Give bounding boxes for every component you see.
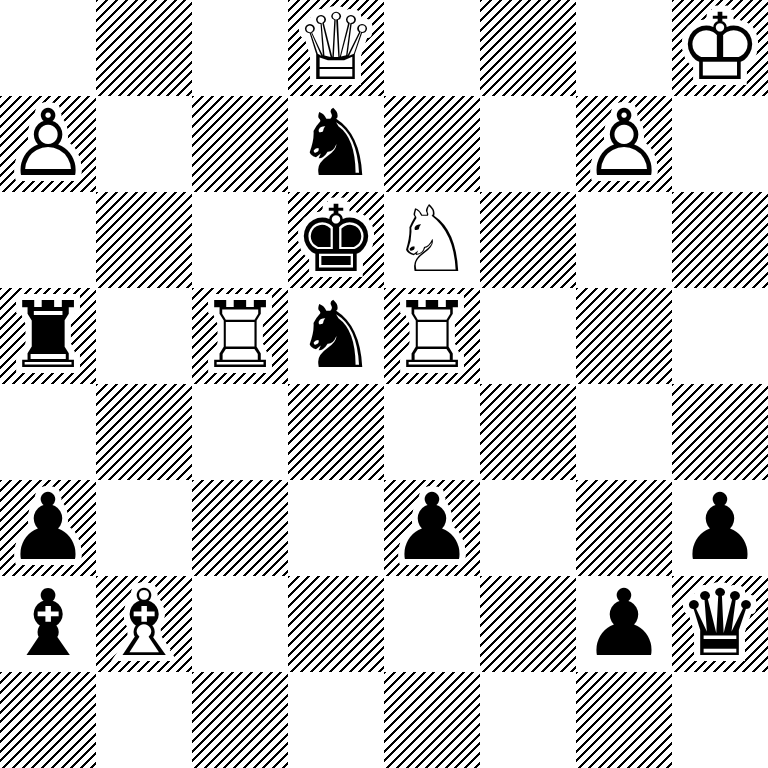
piece-black-queen: ♛ [672,576,768,672]
square-g3[interactable] [576,480,672,576]
square-a8[interactable] [0,0,96,96]
square-g5[interactable] [576,288,672,384]
square-f2[interactable] [480,576,576,672]
square-b1[interactable] [96,672,192,768]
piece-white-bishop: ♗ [96,576,192,672]
square-g8[interactable] [576,0,672,96]
piece-black-pawn: ♟ [576,576,672,672]
square-e4[interactable] [384,384,480,480]
square-d2[interactable] [288,576,384,672]
square-a4[interactable] [0,384,96,480]
square-b4[interactable] [96,384,192,480]
square-c3[interactable] [192,480,288,576]
piece-white-pawn: ♙ [576,96,672,192]
square-a7[interactable]: ♟♙ [0,96,96,192]
square-e6[interactable]: ♞♘ [384,192,480,288]
square-b5[interactable] [96,288,192,384]
square-f6[interactable] [480,192,576,288]
square-d1[interactable] [288,672,384,768]
square-e5[interactable]: ♜♖ [384,288,480,384]
piece-black-bishop: ♝ [0,576,96,672]
piece-white-knight: ♘ [384,192,480,288]
square-g6[interactable] [576,192,672,288]
square-f4[interactable] [480,384,576,480]
square-a6[interactable] [0,192,96,288]
square-b7[interactable] [96,96,192,192]
square-d3[interactable] [288,480,384,576]
square-h3[interactable]: ♟♟ [672,480,768,576]
square-g1[interactable] [576,672,672,768]
square-c5[interactable]: ♜♖ [192,288,288,384]
square-h6[interactable] [672,192,768,288]
piece-white-queen: ♕ [288,0,384,96]
square-a2[interactable]: ♝♝ [0,576,96,672]
piece-black-pawn: ♟ [384,480,480,576]
square-h8[interactable]: ♚♔ [672,0,768,96]
square-d8[interactable]: ♛♕ [288,0,384,96]
square-a1[interactable] [0,672,96,768]
square-c8[interactable] [192,0,288,96]
square-e3[interactable]: ♟♟ [384,480,480,576]
square-g7[interactable]: ♟♙ [576,96,672,192]
square-c1[interactable] [192,672,288,768]
piece-black-knight: ♞ [288,96,384,192]
piece-black-rook: ♜ [0,288,96,384]
square-f7[interactable] [480,96,576,192]
chess-board: ♛♕♚♔♟♙♞♞♟♙♚♚♞♘♜♜♜♖♞♞♜♖♟♟♟♟♟♟♝♝♝♗♟♟♛♛ [0,0,768,768]
square-h2[interactable]: ♛♛ [672,576,768,672]
square-g4[interactable] [576,384,672,480]
piece-black-pawn: ♟ [0,480,96,576]
square-a5[interactable]: ♜♜ [0,288,96,384]
square-c6[interactable] [192,192,288,288]
square-d6[interactable]: ♚♚ [288,192,384,288]
square-e2[interactable] [384,576,480,672]
piece-black-king: ♚ [288,192,384,288]
square-f8[interactable] [480,0,576,96]
square-h1[interactable] [672,672,768,768]
square-b8[interactable] [96,0,192,96]
piece-white-pawn: ♙ [0,96,96,192]
square-c4[interactable] [192,384,288,480]
square-a3[interactable]: ♟♟ [0,480,96,576]
square-h4[interactable] [672,384,768,480]
piece-white-rook: ♖ [384,288,480,384]
piece-black-knight: ♞ [288,288,384,384]
square-d5[interactable]: ♞♞ [288,288,384,384]
square-e8[interactable] [384,0,480,96]
square-b3[interactable] [96,480,192,576]
square-f3[interactable] [480,480,576,576]
square-g2[interactable]: ♟♟ [576,576,672,672]
square-e7[interactable] [384,96,480,192]
square-d7[interactable]: ♞♞ [288,96,384,192]
square-c7[interactable] [192,96,288,192]
square-e1[interactable] [384,672,480,768]
square-b2[interactable]: ♝♗ [96,576,192,672]
piece-white-rook: ♖ [192,288,288,384]
piece-white-king: ♔ [672,0,768,96]
square-h7[interactable] [672,96,768,192]
square-h5[interactable] [672,288,768,384]
square-b6[interactable] [96,192,192,288]
square-f5[interactable] [480,288,576,384]
square-d4[interactable] [288,384,384,480]
piece-black-pawn: ♟ [672,480,768,576]
square-f1[interactable] [480,672,576,768]
square-c2[interactable] [192,576,288,672]
